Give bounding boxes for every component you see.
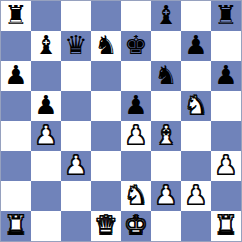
square-a6[interactable]: ♟ [1, 61, 31, 91]
square-e8[interactable] [121, 1, 151, 31]
black-king-icon: ♚ [124, 32, 147, 58]
square-g6[interactable] [181, 61, 211, 91]
square-a1[interactable]: ♜ [1, 211, 31, 241]
square-a5[interactable] [1, 91, 31, 121]
square-e7[interactable]: ♚ [121, 31, 151, 61]
square-c1[interactable] [61, 211, 91, 241]
black-knight-icon: ♞ [154, 62, 177, 88]
square-a3[interactable] [1, 151, 31, 181]
white-rook-icon: ♜ [214, 212, 237, 238]
square-b3[interactable] [31, 151, 61, 181]
white-pawn-icon: ♟ [154, 182, 177, 208]
square-h4[interactable] [211, 121, 241, 151]
square-h5[interactable] [211, 91, 241, 121]
square-g5[interactable]: ♞ [181, 91, 211, 121]
square-g7[interactable]: ♟ [181, 31, 211, 61]
white-queen-icon: ♛ [94, 212, 117, 238]
white-knight-icon: ♞ [124, 182, 147, 208]
square-e3[interactable] [121, 151, 151, 181]
square-e6[interactable] [121, 61, 151, 91]
square-h6[interactable]: ♟ [211, 61, 241, 91]
white-pawn-icon: ♟ [34, 122, 57, 148]
white-rook-icon: ♜ [4, 212, 27, 238]
square-d1[interactable]: ♛ [91, 211, 121, 241]
square-f2[interactable]: ♟ [151, 181, 181, 211]
square-d3[interactable] [91, 151, 121, 181]
square-g1[interactable] [181, 211, 211, 241]
square-h3[interactable]: ♟ [211, 151, 241, 181]
square-e5[interactable]: ♟ [121, 91, 151, 121]
square-c7[interactable]: ♛ [61, 31, 91, 61]
square-g2[interactable]: ♟ [181, 181, 211, 211]
square-b5[interactable]: ♟ [31, 91, 61, 121]
square-f1[interactable] [151, 211, 181, 241]
square-h2[interactable] [211, 181, 241, 211]
square-b4[interactable]: ♟ [31, 121, 61, 151]
square-c4[interactable] [61, 121, 91, 151]
square-d4[interactable] [91, 121, 121, 151]
black-pawn-icon: ♟ [34, 92, 57, 118]
square-f3[interactable] [151, 151, 181, 181]
square-f8[interactable]: ♝ [151, 1, 181, 31]
black-pawn-icon: ♟ [184, 32, 207, 58]
square-c8[interactable] [61, 1, 91, 31]
black-knight-icon: ♞ [94, 32, 117, 58]
square-e2[interactable]: ♞ [121, 181, 151, 211]
white-pawn-icon: ♟ [184, 182, 207, 208]
black-rook-icon: ♜ [214, 2, 237, 28]
white-pawn-icon: ♟ [124, 122, 147, 148]
square-a7[interactable] [1, 31, 31, 61]
white-pawn-icon: ♟ [214, 152, 237, 178]
square-e4[interactable]: ♟ [121, 121, 151, 151]
square-h7[interactable] [211, 31, 241, 61]
square-d8[interactable] [91, 1, 121, 31]
square-d6[interactable] [91, 61, 121, 91]
white-pawn-icon: ♟ [64, 152, 87, 178]
black-bishop-icon: ♝ [34, 32, 57, 58]
square-a2[interactable] [1, 181, 31, 211]
square-b7[interactable]: ♝ [31, 31, 61, 61]
white-bishop-icon: ♝ [154, 122, 177, 148]
square-a8[interactable]: ♜ [1, 1, 31, 31]
square-b8[interactable] [31, 1, 61, 31]
white-knight-icon: ♞ [184, 92, 207, 118]
black-pawn-icon: ♟ [124, 92, 147, 118]
chess-board: ♜♝♜♝♛♞♚♟♟♞♟♟♟♞♟♟♝♟♟♞♟♟♜♛♚♜ [0, 0, 242, 242]
black-bishop-icon: ♝ [154, 2, 177, 28]
square-c2[interactable] [61, 181, 91, 211]
square-d5[interactable] [91, 91, 121, 121]
square-b6[interactable] [31, 61, 61, 91]
square-a4[interactable] [1, 121, 31, 151]
square-g3[interactable] [181, 151, 211, 181]
square-f6[interactable]: ♞ [151, 61, 181, 91]
black-pawn-icon: ♟ [214, 62, 237, 88]
white-king-icon: ♚ [124, 212, 147, 238]
square-h1[interactable]: ♜ [211, 211, 241, 241]
square-d2[interactable] [91, 181, 121, 211]
square-h8[interactable]: ♜ [211, 1, 241, 31]
square-c6[interactable] [61, 61, 91, 91]
square-d7[interactable]: ♞ [91, 31, 121, 61]
square-c5[interactable] [61, 91, 91, 121]
square-f5[interactable] [151, 91, 181, 121]
square-f4[interactable]: ♝ [151, 121, 181, 151]
square-g8[interactable] [181, 1, 211, 31]
square-b2[interactable] [31, 181, 61, 211]
square-g4[interactable] [181, 121, 211, 151]
black-pawn-icon: ♟ [4, 62, 27, 88]
square-c3[interactable]: ♟ [61, 151, 91, 181]
black-rook-icon: ♜ [4, 2, 27, 28]
square-e1[interactable]: ♚ [121, 211, 151, 241]
chess-board-container: ♜♝♜♝♛♞♚♟♟♞♟♟♟♞♟♟♝♟♟♞♟♟♜♛♚♜ [0, 0, 242, 242]
square-f7[interactable] [151, 31, 181, 61]
square-b1[interactable] [31, 211, 61, 241]
black-queen-icon: ♛ [64, 32, 87, 58]
